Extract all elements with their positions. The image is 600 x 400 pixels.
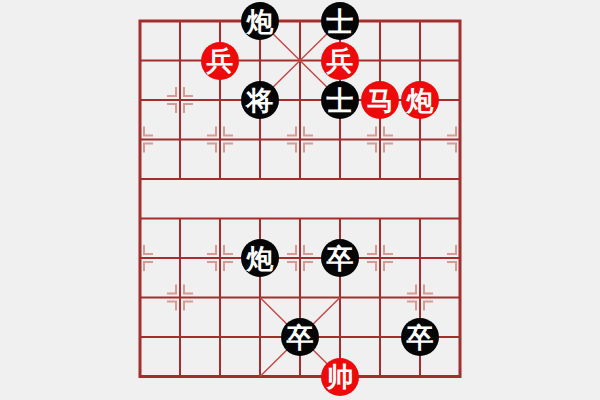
piece-black-advisor[interactable]: 士: [321, 81, 359, 119]
piece-red-general[interactable]: 帅: [321, 358, 359, 396]
piece-red-soldier[interactable]: 兵: [321, 42, 359, 80]
piece-black-soldier[interactable]: 卒: [401, 318, 439, 356]
xiangqi-board[interactable]: 炮士兵兵将士马炮炮卒卒卒帅: [0, 0, 600, 400]
piece-black-soldier[interactable]: 卒: [321, 239, 359, 277]
piece-black-general[interactable]: 将: [241, 81, 279, 119]
piece-black-soldier[interactable]: 卒: [281, 318, 319, 356]
piece-red-cannon[interactable]: 炮: [401, 81, 439, 119]
board-intersections[interactable]: 炮士兵兵将士马炮炮卒卒卒帅: [120, 1, 480, 396]
piece-black-cannon[interactable]: 炮: [241, 2, 279, 40]
piece-black-cannon[interactable]: 炮: [241, 239, 279, 277]
piece-red-horse[interactable]: 马: [361, 81, 399, 119]
piece-black-advisor[interactable]: 士: [321, 2, 359, 40]
piece-red-soldier[interactable]: 兵: [201, 42, 239, 80]
